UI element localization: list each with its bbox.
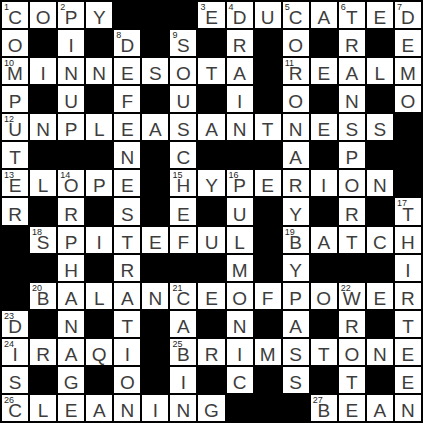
- cell-letter: D: [120, 36, 134, 55]
- cell-letter: E: [402, 36, 415, 55]
- cell-r5c1[interactable]: 12U: [2, 114, 28, 140]
- cell-letter: A: [93, 401, 106, 420]
- cell-letter: L: [94, 289, 105, 308]
- cell-r1c14[interactable]: E: [367, 2, 393, 28]
- cell-letter: R: [64, 205, 78, 224]
- cell-r7c10[interactable]: E: [255, 170, 281, 196]
- cell-r1c2[interactable]: O: [30, 2, 56, 28]
- clue-number-4: 4: [229, 3, 234, 12]
- cell-r7c1[interactable]: 13E: [2, 170, 28, 196]
- block-cell-r12c14: [367, 311, 393, 337]
- cell-r11c9[interactable]: O: [227, 283, 253, 309]
- clue-number-5: 5: [285, 3, 290, 12]
- cell-r6c7[interactable]: C: [170, 142, 196, 168]
- cell-letter: N: [64, 64, 78, 83]
- cell-r1c4[interactable]: Y: [86, 2, 112, 28]
- cell-r1c15[interactable]: 7D: [395, 2, 421, 28]
- cell-r11c14[interactable]: E: [367, 283, 393, 309]
- cell-r13c8[interactable]: R: [198, 339, 224, 365]
- cell-r9c9[interactable]: L: [227, 227, 253, 253]
- cell-letter: E: [205, 289, 218, 308]
- cell-letter: R: [345, 205, 359, 224]
- block-cell-r10c2: [30, 255, 56, 281]
- cell-r7c7[interactable]: 15H: [170, 170, 196, 196]
- cell-letter: I: [69, 36, 74, 55]
- cell-r3c13[interactable]: A: [339, 58, 365, 84]
- cell-r7c9[interactable]: 16P: [227, 170, 253, 196]
- cell-r5c4[interactable]: L: [86, 114, 112, 140]
- cell-letter: Q: [92, 345, 107, 364]
- block-cell-r12c12: [311, 311, 337, 337]
- cell-r1c11[interactable]: 5C: [283, 2, 309, 28]
- cell-r11c15[interactable]: R: [395, 283, 421, 309]
- cell-r4c15[interactable]: O: [395, 86, 421, 112]
- cell-r12c15[interactable]: T: [395, 311, 421, 337]
- cell-r3c3[interactable]: N: [58, 58, 84, 84]
- cell-r5c11[interactable]: N: [283, 114, 309, 140]
- cell-r3c8[interactable]: T: [198, 58, 224, 84]
- cell-letter: A: [149, 120, 162, 139]
- cell-r3c15[interactable]: M: [395, 58, 421, 84]
- cell-letter: N: [36, 120, 50, 139]
- cell-r13c13[interactable]: O: [339, 339, 365, 365]
- cell-r9c3[interactable]: P: [58, 227, 84, 253]
- cell-letter: S: [121, 205, 134, 224]
- cell-r2c3[interactable]: I: [58, 30, 84, 56]
- cell-letter: O: [36, 8, 51, 27]
- cell-letter: A: [205, 120, 218, 139]
- cell-r6c13[interactable]: P: [339, 142, 365, 168]
- block-cell-r7c15: [395, 170, 421, 196]
- clue-number-15: 15: [172, 171, 182, 180]
- clue-number-2: 2: [60, 3, 65, 12]
- cell-r15c15[interactable]: N: [395, 395, 421, 421]
- block-cell-r2c4: [86, 30, 112, 56]
- cell-r7c3[interactable]: 14O: [58, 170, 84, 196]
- cell-r15c6[interactable]: I: [142, 395, 168, 421]
- cell-letter: Y: [289, 261, 302, 280]
- cell-letter: E: [121, 120, 134, 139]
- block-cell-r4c4: [86, 86, 112, 112]
- block-cell-r8c4: [86, 198, 112, 224]
- cell-r15c1[interactable]: 26C: [2, 395, 28, 421]
- cell-r1c9[interactable]: 4D: [227, 2, 253, 28]
- cell-letter: F: [178, 233, 190, 252]
- cell-r12c1[interactable]: 23D: [2, 311, 28, 337]
- cell-r1c1[interactable]: 1C: [2, 2, 28, 28]
- cell-letter: A: [289, 317, 302, 336]
- cell-r12c9[interactable]: N: [227, 311, 253, 337]
- cell-r3c11[interactable]: 11R: [283, 58, 309, 84]
- block-cell-r12c10: [255, 311, 281, 337]
- cell-r15c2[interactable]: L: [30, 395, 56, 421]
- cell-r5c2[interactable]: N: [30, 114, 56, 140]
- cell-r11c4[interactable]: L: [86, 283, 112, 309]
- cell-r12c13[interactable]: R: [339, 311, 365, 337]
- cell-r6c5[interactable]: N: [114, 142, 140, 168]
- cell-r10c15[interactable]: I: [395, 255, 421, 281]
- block-cell-r2c2: [30, 30, 56, 56]
- cell-r9c14[interactable]: C: [367, 227, 393, 253]
- block-cell-r9c10: [255, 227, 281, 253]
- cell-r8c15[interactable]: 17T: [395, 198, 421, 224]
- block-cell-r4c2: [30, 86, 56, 112]
- cell-r11c6[interactable]: N: [142, 283, 168, 309]
- cell-r2c11[interactable]: O: [283, 30, 309, 56]
- cell-r9c2[interactable]: 18S: [30, 227, 56, 253]
- cell-letter: U: [64, 92, 78, 111]
- cell-r5c12[interactable]: E: [311, 114, 337, 140]
- cell-r5c8[interactable]: A: [198, 114, 224, 140]
- cell-r2c5[interactable]: 8D: [114, 30, 140, 56]
- cell-r12c5[interactable]: T: [114, 311, 140, 337]
- cell-r11c13[interactable]: 22W: [339, 283, 365, 309]
- cell-letter: C: [177, 148, 191, 167]
- cell-r6c11[interactable]: A: [283, 142, 309, 168]
- block-cell-r6c10: [255, 142, 281, 168]
- cell-letter: I: [153, 401, 158, 420]
- cell-r12c11[interactable]: A: [283, 311, 309, 337]
- cell-letter: M: [232, 261, 248, 280]
- clue-number-8: 8: [116, 31, 121, 40]
- cell-r13c15[interactable]: E: [395, 339, 421, 365]
- block-cell-r7c6: [142, 170, 168, 196]
- cell-r3c7[interactable]: O: [170, 58, 196, 84]
- cell-r5c13[interactable]: S: [339, 114, 365, 140]
- cell-letter: D: [401, 8, 415, 27]
- block-cell-r12c4: [86, 311, 112, 337]
- cell-r11c7[interactable]: 21C: [170, 283, 196, 309]
- cell-r7c5[interactable]: E: [114, 170, 140, 196]
- cell-letter: N: [120, 401, 134, 420]
- block-cell-r6c9: [227, 142, 253, 168]
- block-cell-r14c10: [255, 367, 281, 393]
- cell-r11c2[interactable]: 20B: [30, 283, 56, 309]
- block-cell-r12c2: [30, 311, 56, 337]
- cell-r10c3[interactable]: H: [58, 255, 84, 281]
- cell-r13c1[interactable]: 24I: [2, 339, 28, 365]
- cell-r13c5[interactable]: I: [114, 339, 140, 365]
- cell-r7c4[interactable]: P: [86, 170, 112, 196]
- cell-letter: O: [401, 92, 416, 111]
- cell-r13c3[interactable]: A: [58, 339, 84, 365]
- cell-r3c14[interactable]: L: [367, 58, 393, 84]
- cell-letter: P: [93, 176, 106, 195]
- cell-letter: S: [374, 120, 387, 139]
- cell-r15c7[interactable]: N: [170, 395, 196, 421]
- cell-r3c2[interactable]: I: [30, 58, 56, 84]
- cell-r11c10[interactable]: F: [255, 283, 281, 309]
- clue-number-14: 14: [60, 171, 70, 180]
- cell-r2c13[interactable]: R: [339, 30, 365, 56]
- block-cell-r2c14: [367, 30, 393, 56]
- cell-letter: N: [373, 345, 387, 364]
- cell-r15c3[interactable]: E: [58, 395, 84, 421]
- cell-r14c13[interactable]: T: [339, 367, 365, 393]
- cell-r4c3[interactable]: U: [58, 86, 84, 112]
- cell-letter: N: [233, 120, 247, 139]
- cell-r6c1[interactable]: T: [2, 142, 28, 168]
- cell-letter: T: [346, 233, 358, 252]
- cell-letter: I: [237, 345, 242, 364]
- cell-r15c14[interactable]: A: [367, 395, 393, 421]
- cell-r9c12[interactable]: A: [311, 227, 337, 253]
- cell-letter: A: [177, 317, 190, 336]
- cell-letter: R: [120, 261, 134, 280]
- block-cell-r6c6: [142, 142, 168, 168]
- cell-letter: T: [121, 317, 133, 336]
- cell-letter: I: [125, 345, 130, 364]
- block-cell-r4c12: [311, 86, 337, 112]
- cell-r3c12[interactable]: E: [311, 58, 337, 84]
- cell-r14c9[interactable]: C: [227, 367, 253, 393]
- cell-letter: H: [64, 261, 78, 280]
- cell-letter: E: [149, 233, 162, 252]
- cell-r1c10[interactable]: U: [255, 2, 281, 28]
- clue-number-19: 19: [285, 228, 295, 237]
- cell-r5c5[interactable]: E: [114, 114, 140, 140]
- cell-r9c11[interactable]: 19B: [283, 227, 309, 253]
- cell-r9c6[interactable]: E: [142, 227, 168, 253]
- cell-r11c3[interactable]: A: [58, 283, 84, 309]
- cell-r13c10[interactable]: M: [255, 339, 281, 365]
- cell-letter: S: [289, 345, 302, 364]
- cell-letter: R: [289, 176, 303, 195]
- cell-r4c1[interactable]: P: [2, 86, 28, 112]
- cell-r14c11[interactable]: S: [283, 367, 309, 393]
- cell-r11c8[interactable]: E: [198, 283, 224, 309]
- cell-r5c6[interactable]: A: [142, 114, 168, 140]
- cell-r3c5[interactable]: E: [114, 58, 140, 84]
- cell-r14c15[interactable]: E: [395, 367, 421, 393]
- crossword-grid: 1CO2PY3E4DU5CA6TE7DOI8D9SRORE10MINNESOTA…: [0, 0, 423, 423]
- cell-letter: O: [344, 345, 359, 364]
- cell-letter: A: [345, 64, 358, 83]
- cell-r1c12[interactable]: A: [311, 2, 337, 28]
- cell-letter: T: [262, 120, 274, 139]
- cell-r9c7[interactable]: F: [170, 227, 196, 253]
- cell-r15c12[interactable]: 27B: [311, 395, 337, 421]
- block-cell-r10c13: [339, 255, 365, 281]
- cell-r5c3[interactable]: P: [58, 114, 84, 140]
- cell-r7c8[interactable]: Y: [198, 170, 224, 196]
- cell-r1c8[interactable]: 3E: [198, 2, 224, 28]
- cell-letter: O: [120, 373, 135, 392]
- cell-r15c8[interactable]: G: [198, 395, 224, 421]
- cell-r15c5[interactable]: N: [114, 395, 140, 421]
- cell-letter: A: [233, 64, 246, 83]
- block-cell-r6c12: [311, 142, 337, 168]
- cell-r5c10[interactable]: T: [255, 114, 281, 140]
- cell-letter: L: [234, 233, 245, 252]
- block-cell-r8c10: [255, 198, 281, 224]
- block-cell-r9c1: [2, 227, 28, 253]
- block-cell-r6c15: [395, 142, 421, 168]
- cell-r13c9[interactable]: I: [227, 339, 253, 365]
- cell-letter: E: [121, 176, 134, 195]
- cell-letter: A: [121, 289, 134, 308]
- cell-r15c13[interactable]: E: [339, 395, 365, 421]
- cell-r2c15[interactable]: E: [395, 30, 421, 56]
- cell-r4c13[interactable]: N: [339, 86, 365, 112]
- cell-r8c9[interactable]: U: [227, 198, 253, 224]
- cell-letter: E: [177, 205, 190, 224]
- cell-r8c13[interactable]: R: [339, 198, 365, 224]
- cell-letter: N: [289, 120, 303, 139]
- cell-letter: F: [121, 92, 133, 111]
- cell-r7c14[interactable]: N: [367, 170, 393, 196]
- cell-r14c7[interactable]: I: [170, 367, 196, 393]
- cell-r10c11[interactable]: Y: [283, 255, 309, 281]
- cell-r3c4[interactable]: N: [86, 58, 112, 84]
- cell-r7c12[interactable]: I: [311, 170, 337, 196]
- cell-r14c3[interactable]: G: [58, 367, 84, 393]
- cell-letter: E: [345, 401, 358, 420]
- block-cell-r4c10: [255, 86, 281, 112]
- clue-number-16: 16: [229, 171, 239, 180]
- cell-r3c6[interactable]: S: [142, 58, 168, 84]
- cell-letter: I: [97, 233, 102, 252]
- clue-number-6: 6: [341, 3, 346, 12]
- cell-letter: T: [346, 373, 358, 392]
- cell-letter: E: [205, 8, 218, 27]
- cell-r8c5[interactable]: S: [114, 198, 140, 224]
- clue-number-20: 20: [32, 284, 42, 293]
- clue-number-17: 17: [397, 199, 407, 208]
- block-cell-r4c8: [198, 86, 224, 112]
- cell-r5c9[interactable]: N: [227, 114, 253, 140]
- cell-r2c9[interactable]: R: [227, 30, 253, 56]
- cell-r13c12[interactable]: T: [311, 339, 337, 365]
- block-cell-r14c4: [86, 367, 112, 393]
- block-cell-r8c12: [311, 198, 337, 224]
- cell-r5c14[interactable]: S: [367, 114, 393, 140]
- cell-letter: O: [288, 92, 303, 111]
- cell-letter: O: [344, 176, 359, 195]
- block-cell-r6c2: [30, 142, 56, 168]
- cell-r10c9[interactable]: M: [227, 255, 253, 281]
- cell-letter: T: [206, 64, 218, 83]
- cell-r3c9[interactable]: A: [227, 58, 253, 84]
- cell-letter: E: [402, 373, 415, 392]
- cell-letter: M: [400, 64, 416, 83]
- block-cell-r14c12: [311, 367, 337, 393]
- cell-letter: T: [402, 317, 414, 336]
- block-cell-r6c8: [198, 142, 224, 168]
- cell-r9c5[interactable]: T: [114, 227, 140, 253]
- block-cell-r14c14: [367, 367, 393, 393]
- cell-r14c1[interactable]: S: [2, 367, 28, 393]
- cell-letter: P: [345, 148, 358, 167]
- cell-letter: M: [260, 345, 276, 364]
- cell-r2c1[interactable]: O: [2, 30, 28, 56]
- cell-letter: R: [401, 289, 415, 308]
- cell-letter: P: [65, 233, 78, 252]
- block-cell-r2c10: [255, 30, 281, 56]
- cell-r8c3[interactable]: R: [58, 198, 84, 224]
- cell-r7c13[interactable]: O: [339, 170, 365, 196]
- cell-r7c11[interactable]: R: [283, 170, 309, 196]
- cell-r13c11[interactable]: S: [283, 339, 309, 365]
- cell-letter: P: [289, 289, 302, 308]
- cell-r13c14[interactable]: N: [367, 339, 393, 365]
- clue-number-1: 1: [4, 3, 9, 12]
- block-cell-r13c6: [142, 339, 168, 365]
- cell-letter: S: [345, 120, 358, 139]
- cell-letter: O: [8, 36, 23, 55]
- cell-r9c4[interactable]: I: [86, 227, 112, 253]
- cell-r11c5[interactable]: A: [114, 283, 140, 309]
- clue-number-26: 26: [4, 396, 14, 405]
- cell-letter: E: [121, 64, 134, 83]
- cell-r8c1[interactable]: R: [2, 198, 28, 224]
- cell-r4c11[interactable]: O: [283, 86, 309, 112]
- block-cell-r10c8: [198, 255, 224, 281]
- cell-r13c2[interactable]: R: [30, 339, 56, 365]
- cell-r4c5[interactable]: F: [114, 86, 140, 112]
- cell-r11c11[interactable]: P: [283, 283, 309, 309]
- cell-letter: T: [9, 148, 21, 167]
- cell-r15c4[interactable]: A: [86, 395, 112, 421]
- cell-r4c7[interactable]: U: [170, 86, 196, 112]
- cell-r2c7[interactable]: 9S: [170, 30, 196, 56]
- cell-letter: R: [345, 36, 359, 55]
- block-cell-r5c15: [395, 114, 421, 140]
- clue-number-9: 9: [172, 31, 177, 40]
- cell-r12c7[interactable]: A: [170, 311, 196, 337]
- cell-r8c11[interactable]: Y: [283, 198, 309, 224]
- cell-r8c7[interactable]: E: [170, 198, 196, 224]
- cell-letter: E: [317, 64, 330, 83]
- cell-letter: G: [64, 373, 79, 392]
- block-cell-r6c14: [367, 142, 393, 168]
- cell-letter: A: [65, 345, 78, 364]
- cell-r13c4[interactable]: Q: [86, 339, 112, 365]
- block-cell-r15c11: [283, 395, 309, 421]
- cell-r12c3[interactable]: N: [58, 311, 84, 337]
- cell-letter: O: [232, 289, 247, 308]
- cell-r4c9[interactable]: I: [227, 86, 253, 112]
- cell-letter: S: [177, 120, 190, 139]
- cell-letter: N: [401, 401, 415, 420]
- cell-r5c7[interactable]: S: [170, 114, 196, 140]
- block-cell-r14c6: [142, 367, 168, 393]
- cell-letter: E: [402, 345, 415, 364]
- cell-r7c2[interactable]: L: [30, 170, 56, 196]
- block-cell-r10c10: [255, 255, 281, 281]
- cell-r1c13[interactable]: 6T: [339, 2, 365, 28]
- block-cell-r2c12: [311, 30, 337, 56]
- cell-r11c12[interactable]: O: [311, 283, 337, 309]
- clue-number-24: 24: [4, 340, 14, 349]
- cell-letter: Y: [93, 8, 106, 27]
- cell-letter: P: [65, 8, 78, 27]
- cell-r13c7[interactable]: 25B: [170, 339, 196, 365]
- cell-r9c15[interactable]: H: [395, 227, 421, 253]
- cell-r3c1[interactable]: 10M: [2, 58, 28, 84]
- clue-number-18: 18: [32, 228, 42, 237]
- cell-r9c13[interactable]: T: [339, 227, 365, 253]
- cell-r9c8[interactable]: U: [198, 227, 224, 253]
- cell-r1c3[interactable]: 2P: [58, 2, 84, 28]
- cell-r10c5[interactable]: R: [114, 255, 140, 281]
- block-cell-r11c1: [2, 283, 28, 309]
- block-cell-r8c2: [30, 198, 56, 224]
- cell-r14c5[interactable]: O: [114, 367, 140, 393]
- cell-letter: U: [177, 92, 191, 111]
- cell-letter: C: [373, 233, 387, 252]
- cell-letter: R: [345, 317, 359, 336]
